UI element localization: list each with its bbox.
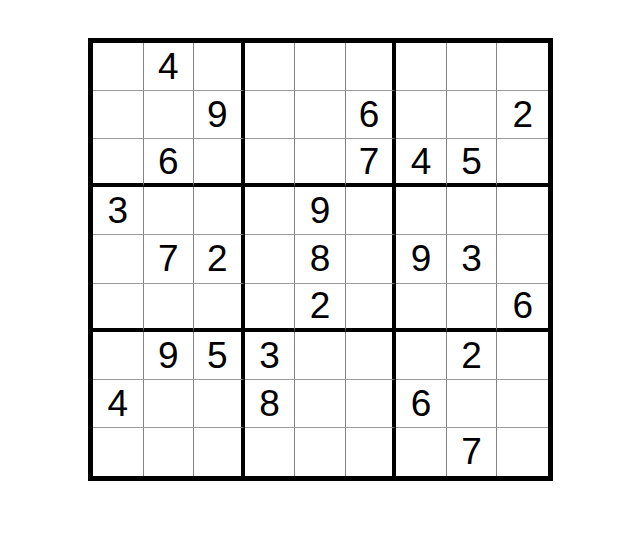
sudoku-cell-r2c3[interactable]: 9 (194, 91, 245, 139)
sudoku-cell-r9c4[interactable] (245, 428, 296, 476)
sudoku-cell-r8c7[interactable]: 6 (396, 380, 447, 428)
sudoku-cell-r6c7[interactable] (396, 284, 447, 332)
sudoku-cell-r9c9[interactable] (497, 428, 548, 476)
sudoku-cell-r8c8[interactable] (447, 380, 498, 428)
sudoku-cell-r9c3[interactable] (194, 428, 245, 476)
sudoku-cell-r6c1[interactable] (93, 284, 144, 332)
sudoku-cell-r4c9[interactable] (497, 187, 548, 235)
sudoku-cell-r5c4[interactable] (245, 235, 296, 283)
sudoku-cell-r6c2[interactable] (144, 284, 195, 332)
sudoku-cell-r3c2[interactable]: 6 (144, 139, 195, 187)
sudoku-cell-r4c8[interactable] (447, 187, 498, 235)
sudoku-cell-r3c7[interactable]: 4 (396, 139, 447, 187)
sudoku-cell-r5c7[interactable]: 9 (396, 235, 447, 283)
sudoku-cell-r2c9[interactable]: 2 (497, 91, 548, 139)
sudoku-cell-r4c7[interactable] (396, 187, 447, 235)
sudoku-cell-r7c1[interactable] (93, 332, 144, 380)
sudoku-cell-r1c9[interactable] (497, 43, 548, 91)
sudoku-cell-r5c9[interactable] (497, 235, 548, 283)
sudoku-cell-r8c6[interactable] (346, 380, 397, 428)
sudoku-cell-r5c2[interactable]: 7 (144, 235, 195, 283)
sudoku-cell-r3c4[interactable] (245, 139, 296, 187)
sudoku-cell-r3c8[interactable]: 5 (447, 139, 498, 187)
sudoku-cell-r4c1[interactable]: 3 (93, 187, 144, 235)
sudoku-cell-r1c8[interactable] (447, 43, 498, 91)
sudoku-cell-r1c4[interactable] (245, 43, 296, 91)
sudoku-cell-r4c6[interactable] (346, 187, 397, 235)
sudoku-cell-r7c7[interactable] (396, 332, 447, 380)
sudoku-cell-r4c4[interactable] (245, 187, 296, 235)
sudoku-cell-r3c5[interactable] (295, 139, 346, 187)
sudoku-cell-r3c9[interactable] (497, 139, 548, 187)
sudoku-cell-r1c2[interactable]: 4 (144, 43, 195, 91)
sudoku-cell-r8c9[interactable] (497, 380, 548, 428)
sudoku-cell-r7c3[interactable]: 5 (194, 332, 245, 380)
sudoku-cell-r8c1[interactable]: 4 (93, 380, 144, 428)
sudoku-cell-r8c2[interactable] (144, 380, 195, 428)
sudoku-cell-r7c8[interactable]: 2 (447, 332, 498, 380)
page-background: 4962674539728932695324867 (0, 0, 640, 540)
sudoku-cell-r8c4[interactable]: 8 (245, 380, 296, 428)
sudoku-cell-r5c6[interactable] (346, 235, 397, 283)
sudoku-cell-r5c5[interactable]: 8 (295, 235, 346, 283)
sudoku-cell-r2c1[interactable] (93, 91, 144, 139)
sudoku-cell-r2c2[interactable] (144, 91, 195, 139)
sudoku-cell-r6c8[interactable] (447, 284, 498, 332)
sudoku-cell-r9c1[interactable] (93, 428, 144, 476)
sudoku-cell-r3c1[interactable] (93, 139, 144, 187)
sudoku-cell-r2c7[interactable] (396, 91, 447, 139)
sudoku-cell-r1c5[interactable] (295, 43, 346, 91)
sudoku-cell-r9c5[interactable] (295, 428, 346, 476)
sudoku-cell-r3c6[interactable]: 7 (346, 139, 397, 187)
sudoku-cell-r7c9[interactable] (497, 332, 548, 380)
sudoku-cell-r2c6[interactable]: 6 (346, 91, 397, 139)
sudoku-cell-r1c6[interactable] (346, 43, 397, 91)
sudoku-cell-r2c8[interactable] (447, 91, 498, 139)
sudoku-cell-r7c2[interactable]: 9 (144, 332, 195, 380)
sudoku-cell-r1c1[interactable] (93, 43, 144, 91)
sudoku-cell-r1c7[interactable] (396, 43, 447, 91)
sudoku-cell-r5c8[interactable]: 3 (447, 235, 498, 283)
sudoku-cell-r7c4[interactable]: 3 (245, 332, 296, 380)
sudoku-cell-r5c3[interactable]: 2 (194, 235, 245, 283)
sudoku-cell-r2c5[interactable] (295, 91, 346, 139)
sudoku-cell-r6c6[interactable] (346, 284, 397, 332)
sudoku-cell-r6c3[interactable] (194, 284, 245, 332)
sudoku-cell-r7c6[interactable] (346, 332, 397, 380)
sudoku-cell-r8c3[interactable] (194, 380, 245, 428)
sudoku-cell-r8c5[interactable] (295, 380, 346, 428)
sudoku-cell-r6c4[interactable] (245, 284, 296, 332)
sudoku-cell-r4c2[interactable] (144, 187, 195, 235)
sudoku-cell-r9c6[interactable] (346, 428, 397, 476)
sudoku-cell-r4c3[interactable] (194, 187, 245, 235)
sudoku-cell-r5c1[interactable] (93, 235, 144, 283)
sudoku-cell-r2c4[interactable] (245, 91, 296, 139)
sudoku-cell-r9c8[interactable]: 7 (447, 428, 498, 476)
sudoku-cell-r6c5[interactable]: 2 (295, 284, 346, 332)
sudoku-cell-r3c3[interactable] (194, 139, 245, 187)
sudoku-cell-r4c5[interactable]: 9 (295, 187, 346, 235)
sudoku-cell-r7c5[interactable] (295, 332, 346, 380)
sudoku-cell-r1c3[interactable] (194, 43, 245, 91)
sudoku-cell-r9c2[interactable] (144, 428, 195, 476)
sudoku-board: 4962674539728932695324867 (88, 38, 553, 481)
sudoku-cell-r9c7[interactable] (396, 428, 447, 476)
sudoku-cell-r6c9[interactable]: 6 (497, 284, 548, 332)
